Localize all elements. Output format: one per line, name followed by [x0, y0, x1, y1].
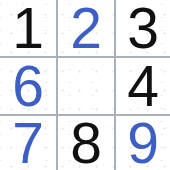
sudoku-cell-r2c1[interactable]: 6: [0, 58, 58, 116]
sudoku-cell-r2c3[interactable]: 4: [116, 58, 170, 116]
sudoku-cell-r3c3[interactable]: 9: [116, 116, 170, 170]
sudoku-cell-r1c2[interactable]: 2: [58, 0, 116, 58]
sudoku-cell-r3c2[interactable]: 8: [58, 116, 116, 170]
sudoku-cell-r1c1[interactable]: 1: [0, 0, 58, 58]
sudoku-board: 1 2 3 6 4 7 8 9: [0, 0, 170, 170]
sudoku-cell-r3c1[interactable]: 7: [0, 116, 58, 170]
sudoku-cell-r2c2[interactable]: [58, 58, 116, 116]
sudoku-cell-r1c3[interactable]: 3: [116, 0, 170, 58]
